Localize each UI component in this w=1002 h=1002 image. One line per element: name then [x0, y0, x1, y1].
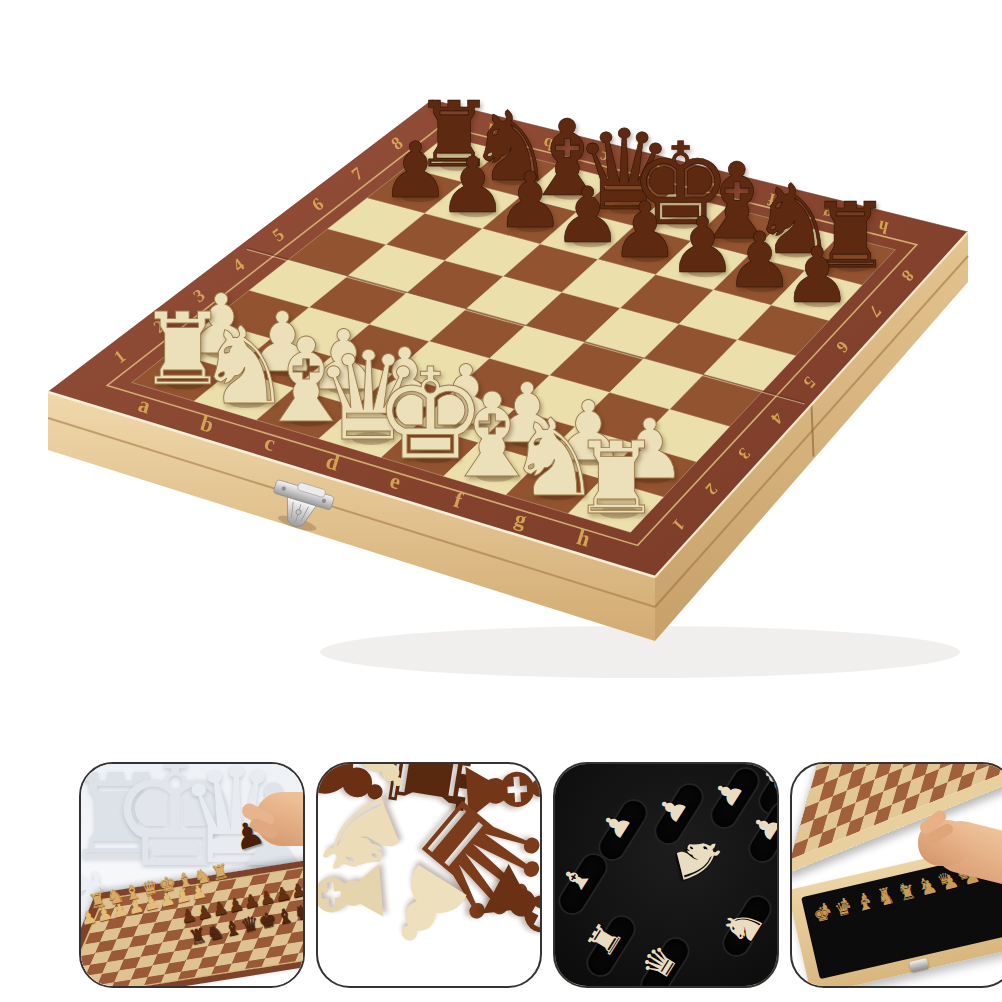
- piece-dark-pawn-h7: ♟: [782, 230, 851, 320]
- product-page: aabbccddeeffgghh1122334455667788♜♞♝♟♛♟♚♟…: [0, 0, 1002, 1002]
- main-product-image: aabbccddeeffgghh1122334455667788♜♞♝♟♛♟♚♟…: [0, 0, 1002, 745]
- piece-white-rook-h1: ♜: [571, 420, 661, 537]
- thumbnail-gameplay[interactable]: ♜ ♚ ♛ ♝ ♞ ♟♟♟♟♟♟♟♟ ♜♞♝♛♚♝♞♜ ♟♟♟♟♟♟♟♟ ♜♞♝…: [79, 762, 305, 988]
- thumbnail-pieces-pile[interactable]: ♟ ♜ ♝ ♛ ♝ ♞ ♝ ♟ ♟: [316, 762, 542, 988]
- svg-text:♜: ♜: [571, 420, 661, 537]
- svg-text:♟: ♟: [782, 230, 851, 320]
- thumbnail-storage-tray[interactable]: ♟ ♟ ♟ ♟ ♝ ♟ ♜ ♛ ♞ ♞: [553, 762, 779, 988]
- chess-board-photo: aabbccddeeffgghh1122334455667788♜♞♝♟♛♟♚♟…: [0, 0, 1002, 745]
- thumbnail-open-case[interactable]: ♟♟♟♜♞♝♛♚ ♚♛♝♞♜♟♟♟: [790, 762, 1002, 988]
